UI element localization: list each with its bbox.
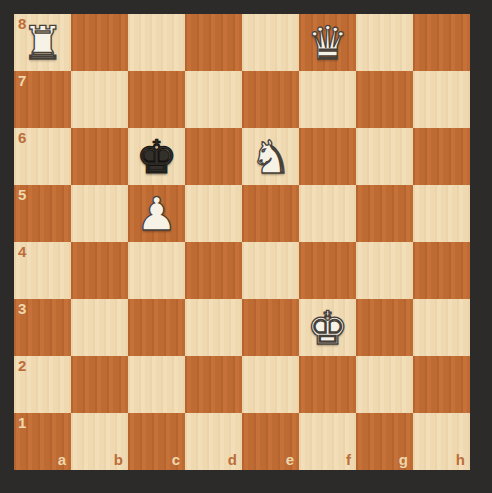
square-d8[interactable] [185, 14, 242, 71]
square-d3[interactable] [185, 299, 242, 356]
white-queen[interactable]: ♛ [299, 14, 356, 71]
square-d2[interactable] [185, 356, 242, 413]
square-f2[interactable] [299, 356, 356, 413]
white-king[interactable]: ♚ [299, 299, 356, 356]
white-rook[interactable]: ♜ [14, 14, 71, 71]
square-b5[interactable] [71, 185, 128, 242]
square-a7[interactable]: 7 [14, 71, 71, 128]
square-g2[interactable] [356, 356, 413, 413]
square-c3[interactable] [128, 299, 185, 356]
square-h3[interactable] [413, 299, 470, 356]
square-h2[interactable] [413, 356, 470, 413]
square-f4[interactable] [299, 242, 356, 299]
rank-label-2: 2 [18, 358, 26, 373]
file-label-g: g [399, 452, 408, 467]
square-d7[interactable] [185, 71, 242, 128]
square-a4[interactable]: 4 [14, 242, 71, 299]
rank-label-5: 5 [18, 187, 26, 202]
square-d6[interactable] [185, 128, 242, 185]
square-b1[interactable]: b [71, 413, 128, 470]
board-frame: 8♜♛76♚♞5♟43♚21abcdefgh [0, 0, 492, 493]
square-c8[interactable] [128, 14, 185, 71]
square-h6[interactable] [413, 128, 470, 185]
square-a2[interactable]: 2 [14, 356, 71, 413]
white-pawn[interactable]: ♟ [128, 185, 185, 242]
square-f8[interactable]: ♛ [299, 14, 356, 71]
square-a5[interactable]: 5 [14, 185, 71, 242]
square-g8[interactable] [356, 14, 413, 71]
black-king[interactable]: ♚ [128, 128, 185, 185]
file-label-a: a [58, 452, 66, 467]
square-f7[interactable] [299, 71, 356, 128]
rank-label-7: 7 [18, 73, 26, 88]
square-c1[interactable]: c [128, 413, 185, 470]
square-d5[interactable] [185, 185, 242, 242]
square-b8[interactable] [71, 14, 128, 71]
square-g3[interactable] [356, 299, 413, 356]
file-label-c: c [172, 452, 180, 467]
square-d4[interactable] [185, 242, 242, 299]
square-h1[interactable]: h [413, 413, 470, 470]
square-c6[interactable]: ♚ [128, 128, 185, 185]
square-e8[interactable] [242, 14, 299, 71]
square-g1[interactable]: g [356, 413, 413, 470]
square-b3[interactable] [71, 299, 128, 356]
rank-label-6: 6 [18, 130, 26, 145]
square-f5[interactable] [299, 185, 356, 242]
square-c5[interactable]: ♟ [128, 185, 185, 242]
square-f1[interactable]: f [299, 413, 356, 470]
square-h4[interactable] [413, 242, 470, 299]
square-h5[interactable] [413, 185, 470, 242]
square-b2[interactable] [71, 356, 128, 413]
square-e5[interactable] [242, 185, 299, 242]
square-e2[interactable] [242, 356, 299, 413]
square-e6[interactable]: ♞ [242, 128, 299, 185]
square-c2[interactable] [128, 356, 185, 413]
file-label-h: h [456, 452, 465, 467]
square-f6[interactable] [299, 128, 356, 185]
square-a6[interactable]: 6 [14, 128, 71, 185]
square-g4[interactable] [356, 242, 413, 299]
file-label-f: f [346, 452, 351, 467]
white-knight[interactable]: ♞ [242, 128, 299, 185]
square-g6[interactable] [356, 128, 413, 185]
chess-board: 8♜♛76♚♞5♟43♚21abcdefgh [14, 14, 470, 470]
square-e7[interactable] [242, 71, 299, 128]
square-a1[interactable]: 1a [14, 413, 71, 470]
file-label-e: e [286, 452, 294, 467]
square-b4[interactable] [71, 242, 128, 299]
square-f3[interactable]: ♚ [299, 299, 356, 356]
square-h7[interactable] [413, 71, 470, 128]
file-label-b: b [114, 452, 123, 467]
rank-label-4: 4 [18, 244, 26, 259]
square-a3[interactable]: 3 [14, 299, 71, 356]
rank-label-3: 3 [18, 301, 26, 316]
square-d1[interactable]: d [185, 413, 242, 470]
square-e4[interactable] [242, 242, 299, 299]
square-g5[interactable] [356, 185, 413, 242]
square-a8[interactable]: 8♜ [14, 14, 71, 71]
rank-label-1: 1 [18, 415, 26, 430]
square-c7[interactable] [128, 71, 185, 128]
square-b7[interactable] [71, 71, 128, 128]
square-h8[interactable] [413, 14, 470, 71]
square-c4[interactable] [128, 242, 185, 299]
square-g7[interactable] [356, 71, 413, 128]
square-e3[interactable] [242, 299, 299, 356]
square-e1[interactable]: e [242, 413, 299, 470]
file-label-d: d [228, 452, 237, 467]
square-b6[interactable] [71, 128, 128, 185]
